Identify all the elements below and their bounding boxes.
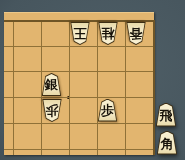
grid-horizontal-line [4, 71, 153, 72]
piece-kanji: 王 [71, 23, 89, 42]
piece-gote-king-3a[interactable]: 王 [70, 22, 90, 45]
grid-vertical-line [13, 20, 14, 155]
piece-shape: 角 [157, 131, 178, 155]
hand-piece-bishop[interactable]: 角 [157, 131, 178, 155]
hand-piece-rook[interactable]: 飛 [156, 103, 177, 127]
piece-kanji: 飛 [157, 107, 176, 126]
grid-horizontal-line [4, 123, 153, 124]
piece-face: 歩 [99, 100, 117, 121]
piece-shape: 歩 [98, 99, 118, 122]
piece-face: 王 [71, 23, 89, 44]
piece-shape: 香 [126, 22, 146, 45]
piece-kanji: 香 [127, 23, 145, 42]
piece-sente-silver-4c[interactable]: 銀 [42, 73, 62, 96]
piece-face: 飛 [157, 104, 176, 126]
piece-kanji: 銀 [43, 76, 61, 95]
piece-shape: 王 [70, 22, 90, 45]
piece-gote-knight-2a[interactable]: 桂 [98, 22, 118, 45]
app-background: 王桂香銀歩歩 飛角 [0, 0, 185, 160]
piece-kanji: 角 [158, 135, 177, 154]
piece-gote-pawn-4d[interactable]: 歩 [42, 99, 62, 122]
piece-face: 桂 [99, 23, 117, 44]
piece-kanji: 歩 [43, 100, 61, 119]
piece-gote-lance-1a[interactable]: 香 [126, 22, 146, 45]
piece-face: 歩 [43, 100, 61, 121]
piece-face: 銀 [43, 74, 61, 95]
piece-kanji: 歩 [99, 102, 117, 121]
grid-horizontal-line [4, 97, 153, 98]
piece-shape: 飛 [156, 103, 177, 127]
grid-horizontal-line [4, 46, 153, 47]
grid-horizontal-line [4, 149, 153, 150]
piece-face: 角 [158, 132, 177, 154]
piece-face: 香 [127, 23, 145, 44]
piece-shape: 歩 [42, 99, 62, 122]
piece-shape: 銀 [42, 73, 62, 96]
piece-sente-pawn-2d[interactable]: 歩 [98, 99, 118, 122]
piece-kanji: 桂 [99, 23, 117, 42]
grid-vertical-line [153, 20, 155, 155]
piece-shape: 桂 [98, 22, 118, 45]
